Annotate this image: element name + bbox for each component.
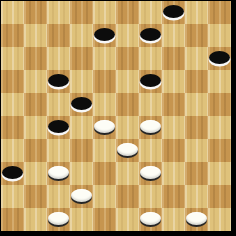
board-square — [208, 208, 231, 231]
board-square[interactable] — [93, 208, 116, 231]
white-man-piece[interactable] — [48, 212, 69, 225]
board-square[interactable] — [185, 70, 208, 93]
board-square[interactable] — [162, 93, 185, 116]
board-square — [1, 47, 24, 70]
board-square[interactable] — [70, 1, 93, 24]
board-square — [47, 93, 70, 116]
board-square — [116, 208, 139, 231]
board-square[interactable] — [70, 185, 93, 208]
board-square — [116, 116, 139, 139]
board-square — [24, 24, 47, 47]
board-square[interactable] — [47, 24, 70, 47]
board-square — [185, 93, 208, 116]
board-square[interactable] — [116, 93, 139, 116]
board-square[interactable] — [185, 24, 208, 47]
board-square[interactable] — [1, 24, 24, 47]
board-square — [70, 70, 93, 93]
board-square — [139, 1, 162, 24]
board-square — [162, 70, 185, 93]
board-square — [93, 93, 116, 116]
black-man-piece[interactable] — [163, 5, 184, 18]
board-square — [47, 1, 70, 24]
black-man-piece[interactable] — [209, 51, 230, 64]
board-square — [139, 47, 162, 70]
board-square — [208, 162, 231, 185]
board-square — [47, 47, 70, 70]
black-man-piece[interactable] — [140, 28, 161, 41]
white-man-piece[interactable] — [140, 120, 161, 133]
draughts-board — [1, 1, 231, 231]
board-square[interactable] — [70, 93, 93, 116]
board-square — [70, 162, 93, 185]
board-square[interactable] — [208, 93, 231, 116]
board-square[interactable] — [185, 208, 208, 231]
board-square — [1, 1, 24, 24]
board-square — [1, 185, 24, 208]
board-square[interactable] — [185, 116, 208, 139]
board-square[interactable] — [24, 1, 47, 24]
board-square[interactable] — [1, 162, 24, 185]
black-man-piece[interactable] — [94, 28, 115, 41]
board-square — [93, 139, 116, 162]
board-square[interactable] — [208, 139, 231, 162]
board-square[interactable] — [24, 93, 47, 116]
board-square — [162, 162, 185, 185]
board-square — [139, 93, 162, 116]
black-man-piece[interactable] — [71, 97, 92, 110]
board-square[interactable] — [70, 47, 93, 70]
white-man-piece[interactable] — [71, 189, 92, 202]
board-square — [24, 116, 47, 139]
board-square — [208, 70, 231, 93]
board-square — [116, 24, 139, 47]
board-square[interactable] — [208, 185, 231, 208]
board-square — [185, 47, 208, 70]
board-square — [139, 139, 162, 162]
board-square — [70, 208, 93, 231]
board-square[interactable] — [139, 70, 162, 93]
black-man-piece[interactable] — [48, 120, 69, 133]
board-square — [1, 139, 24, 162]
board-square[interactable] — [116, 47, 139, 70]
white-man-piece[interactable] — [117, 143, 138, 156]
board-square — [116, 162, 139, 185]
board-square — [208, 24, 231, 47]
board-square[interactable] — [1, 70, 24, 93]
black-man-piece[interactable] — [2, 166, 23, 179]
board-square — [162, 116, 185, 139]
board-square — [24, 70, 47, 93]
board-square — [47, 185, 70, 208]
board-square[interactable] — [139, 162, 162, 185]
board-square[interactable] — [139, 208, 162, 231]
board-square — [116, 70, 139, 93]
board-square — [93, 47, 116, 70]
board-square — [185, 1, 208, 24]
board-square[interactable] — [162, 139, 185, 162]
board-square — [185, 139, 208, 162]
board-square — [139, 185, 162, 208]
white-man-piece[interactable] — [140, 166, 161, 179]
board-square[interactable] — [1, 116, 24, 139]
white-man-piece[interactable] — [94, 120, 115, 133]
board-square[interactable] — [162, 185, 185, 208]
board-square — [70, 24, 93, 47]
black-man-piece[interactable] — [140, 74, 161, 87]
board-square — [93, 1, 116, 24]
white-man-piece[interactable] — [48, 166, 69, 179]
board-square — [93, 185, 116, 208]
board-square[interactable] — [139, 24, 162, 47]
board-square — [185, 185, 208, 208]
board-square — [24, 208, 47, 231]
board-square[interactable] — [93, 70, 116, 93]
board-square[interactable] — [208, 1, 231, 24]
board-square[interactable] — [24, 185, 47, 208]
white-man-piece[interactable] — [140, 212, 161, 225]
board-square[interactable] — [1, 208, 24, 231]
board-square[interactable] — [208, 47, 231, 70]
board-square[interactable] — [116, 185, 139, 208]
board-square[interactable] — [185, 162, 208, 185]
board-square — [162, 24, 185, 47]
board-square — [24, 162, 47, 185]
board-square[interactable] — [93, 116, 116, 139]
board-square — [70, 116, 93, 139]
board-square — [47, 139, 70, 162]
board-square[interactable] — [93, 24, 116, 47]
board-square[interactable] — [162, 47, 185, 70]
board-square[interactable] — [47, 208, 70, 231]
board-square[interactable] — [47, 162, 70, 185]
white-man-piece[interactable] — [186, 212, 207, 225]
board-square[interactable] — [139, 116, 162, 139]
black-man-piece[interactable] — [48, 74, 69, 87]
board-square[interactable] — [162, 1, 185, 24]
board-square[interactable] — [116, 139, 139, 162]
board-square[interactable] — [47, 70, 70, 93]
board-square[interactable] — [24, 47, 47, 70]
board-square[interactable] — [47, 116, 70, 139]
board-square — [208, 116, 231, 139]
board-square[interactable] — [93, 162, 116, 185]
board-square[interactable] — [116, 1, 139, 24]
board-square — [1, 93, 24, 116]
board-square[interactable] — [70, 139, 93, 162]
board-square[interactable] — [24, 139, 47, 162]
board-square — [162, 208, 185, 231]
board-frame — [0, 0, 236, 236]
